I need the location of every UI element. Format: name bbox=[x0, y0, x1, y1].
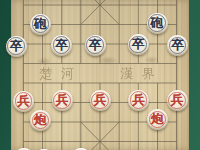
black-pawn-c3[interactable]: 卒 bbox=[51, 35, 72, 56]
piece-glyph: 卒 bbox=[55, 39, 68, 52]
photo-stage: 楚河 漢界 砲砲卒卒卒卒卒兵兵兵兵兵炮炮 bbox=[0, 0, 200, 150]
red-cannon-b7[interactable]: 炮 bbox=[30, 110, 51, 131]
black-pawn-i3[interactable]: 卒 bbox=[167, 35, 188, 56]
black-pawn-g3[interactable]: 卒 bbox=[128, 34, 149, 55]
red-pawn-i6[interactable]: 兵 bbox=[167, 90, 188, 111]
red-cannon-h7[interactable]: 炮 bbox=[147, 109, 168, 130]
piece-glyph: 卒 bbox=[10, 40, 23, 53]
black-pawn-e3[interactable]: 卒 bbox=[85, 35, 106, 56]
piece-glyph: 卒 bbox=[171, 40, 184, 53]
piece-glyph: 炮 bbox=[151, 114, 164, 127]
black-cannon-h2[interactable]: 砲 bbox=[147, 13, 168, 34]
piece-glyph: 砲 bbox=[151, 17, 164, 30]
piece-glyph: 卒 bbox=[132, 39, 145, 52]
piece-glyph: 砲 bbox=[34, 18, 47, 31]
black-pawn-a3[interactable]: 卒 bbox=[6, 36, 27, 57]
wood-stain bbox=[36, 57, 52, 66]
piece-glyph: 卒 bbox=[89, 39, 102, 52]
black-cannon-b2[interactable]: 砲 bbox=[30, 14, 51, 35]
piece-glyph: 兵 bbox=[132, 94, 145, 107]
piece-glyph: 兵 bbox=[171, 95, 184, 108]
piece-glyph: 兵 bbox=[56, 95, 69, 108]
piece-glyph: 炮 bbox=[34, 115, 47, 128]
red-pawn-e6[interactable]: 兵 bbox=[90, 90, 111, 111]
red-pawn-a6[interactable]: 兵 bbox=[13, 91, 34, 112]
wood-stain bbox=[98, 56, 118, 65]
river-label-left: 楚河 bbox=[39, 66, 83, 82]
wood-stain bbox=[144, 56, 159, 64]
red-pawn-g6[interactable]: 兵 bbox=[128, 90, 149, 111]
river-label-right: 漢界 bbox=[120, 66, 164, 82]
piece-glyph: 兵 bbox=[17, 95, 30, 108]
red-pawn-c6[interactable]: 兵 bbox=[52, 90, 73, 111]
piece-glyph: 兵 bbox=[94, 95, 107, 108]
